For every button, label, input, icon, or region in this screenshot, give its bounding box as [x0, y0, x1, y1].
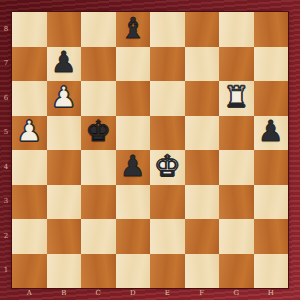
rank-label-4: 4 [1, 164, 11, 171]
square-c7[interactable] [81, 47, 116, 82]
square-c1[interactable] [81, 254, 116, 289]
square-h5[interactable]: ♟ [254, 116, 289, 151]
square-d7[interactable] [116, 47, 151, 82]
rank-label-1: 1 [1, 267, 11, 274]
square-c2[interactable] [81, 219, 116, 254]
square-g5[interactable] [219, 116, 254, 151]
square-h6[interactable] [254, 81, 289, 116]
square-a2[interactable] [12, 219, 47, 254]
square-f1[interactable] [185, 254, 220, 289]
square-b1[interactable] [47, 254, 82, 289]
white-pawn[interactable]: ♟ [16, 117, 42, 146]
square-c5[interactable]: ♚ [81, 116, 116, 151]
square-h3[interactable] [254, 185, 289, 220]
file-label-a: A [27, 290, 32, 297]
square-h1[interactable] [254, 254, 289, 289]
square-e1[interactable] [150, 254, 185, 289]
square-b5[interactable] [47, 116, 82, 151]
rank-label-8: 8 [1, 26, 11, 33]
white-king[interactable]: ♚ [154, 152, 180, 181]
square-e5[interactable] [150, 116, 185, 151]
square-h4[interactable] [254, 150, 289, 185]
square-h8[interactable] [254, 12, 289, 47]
square-d2[interactable] [116, 219, 151, 254]
square-e6[interactable] [150, 81, 185, 116]
file-label-h: H [268, 290, 274, 297]
square-h7[interactable] [254, 47, 289, 82]
square-b8[interactable] [47, 12, 82, 47]
square-g3[interactable] [219, 185, 254, 220]
square-g6[interactable]: ♜ [219, 81, 254, 116]
square-h2[interactable] [254, 219, 289, 254]
square-a1[interactable] [12, 254, 47, 289]
square-f6[interactable] [185, 81, 220, 116]
square-f7[interactable] [185, 47, 220, 82]
square-e3[interactable] [150, 185, 185, 220]
square-d3[interactable] [116, 185, 151, 220]
square-e2[interactable] [150, 219, 185, 254]
rank-label-6: 6 [1, 95, 11, 102]
file-label-d: D [130, 290, 136, 297]
chess-board: ♝♟♟♜♟♚♟♟♚ [12, 12, 288, 288]
rank-label-5: 5 [1, 129, 11, 136]
square-e7[interactable] [150, 47, 185, 82]
square-e4[interactable]: ♚ [150, 150, 185, 185]
square-g7[interactable] [219, 47, 254, 82]
black-pawn[interactable]: ♟ [120, 152, 146, 181]
square-f4[interactable] [185, 150, 220, 185]
square-c8[interactable] [81, 12, 116, 47]
black-pawn[interactable]: ♟ [258, 117, 284, 146]
square-a4[interactable] [12, 150, 47, 185]
square-a6[interactable] [12, 81, 47, 116]
square-b3[interactable] [47, 185, 82, 220]
square-g8[interactable] [219, 12, 254, 47]
square-d5[interactable] [116, 116, 151, 151]
square-b7[interactable]: ♟ [47, 47, 82, 82]
black-bishop[interactable]: ♝ [120, 14, 146, 43]
chess-board-frame: ♝♟♟♜♟♚♟♟♚ 87654321ABCDEFGH [0, 0, 300, 300]
square-f8[interactable] [185, 12, 220, 47]
square-b2[interactable] [47, 219, 82, 254]
rank-label-7: 7 [1, 60, 11, 67]
square-g1[interactable] [219, 254, 254, 289]
square-d6[interactable] [116, 81, 151, 116]
square-a5[interactable]: ♟ [12, 116, 47, 151]
square-a7[interactable] [12, 47, 47, 82]
square-g2[interactable] [219, 219, 254, 254]
rank-label-3: 3 [1, 198, 11, 205]
square-b6[interactable]: ♟ [47, 81, 82, 116]
black-king[interactable]: ♚ [85, 117, 111, 146]
square-d1[interactable] [116, 254, 151, 289]
square-e8[interactable] [150, 12, 185, 47]
square-c4[interactable] [81, 150, 116, 185]
white-pawn[interactable]: ♟ [51, 83, 77, 112]
file-label-e: E [165, 290, 170, 297]
file-label-c: C [96, 290, 101, 297]
square-a8[interactable] [12, 12, 47, 47]
file-label-g: G [233, 290, 239, 297]
file-label-f: F [199, 290, 204, 297]
square-d4[interactable]: ♟ [116, 150, 151, 185]
square-c3[interactable] [81, 185, 116, 220]
square-f5[interactable] [185, 116, 220, 151]
square-c6[interactable] [81, 81, 116, 116]
square-g4[interactable] [219, 150, 254, 185]
square-d8[interactable]: ♝ [116, 12, 151, 47]
black-pawn[interactable]: ♟ [51, 48, 77, 77]
file-label-b: B [61, 290, 66, 297]
rank-label-2: 2 [1, 233, 11, 240]
square-a3[interactable] [12, 185, 47, 220]
square-f3[interactable] [185, 185, 220, 220]
square-f2[interactable] [185, 219, 220, 254]
white-rook[interactable]: ♜ [223, 83, 249, 112]
square-b4[interactable] [47, 150, 82, 185]
